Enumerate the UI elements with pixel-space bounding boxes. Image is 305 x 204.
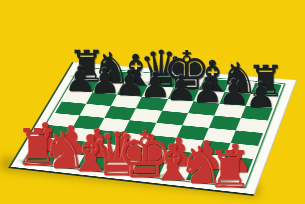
- piece-red-rook-h1[interactable]: ♜: [207, 144, 253, 195]
- chess-set-photo: ♜♞♝♛♚♝♞♜♟♟♟♟♟♟♟♟♟♟♟♟♟♟♟♟♜♞♝♛♚♝♞♜: [0, 0, 305, 204]
- piece-black-pawn-h7[interactable]: ♟: [245, 78, 276, 113]
